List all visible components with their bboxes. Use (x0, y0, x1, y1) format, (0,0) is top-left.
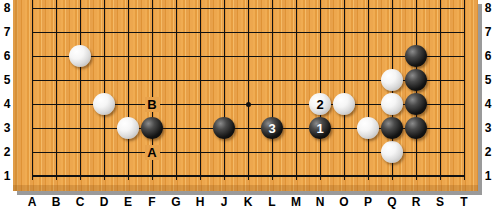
row-label-right-7: 7 (481, 24, 495, 40)
stone-white-N4[interactable]: 2 (309, 93, 331, 115)
row-label-right-3: 3 (481, 120, 495, 136)
row-label-right-5: 5 (481, 72, 495, 88)
go-diagram: AB231 8765432187654321ABCDEFGHJKLMNOPQRS… (0, 0, 500, 212)
stone-black-R6[interactable] (405, 45, 427, 67)
column-label-T: T (456, 195, 472, 209)
column-label-L: L (264, 195, 280, 209)
row-label-left-8: 8 (0, 0, 14, 16)
stone-white-D4[interactable] (93, 93, 115, 115)
column-label-A: A (24, 195, 40, 209)
column-label-K: K (240, 195, 256, 209)
row-label-left-1: 1 (0, 168, 14, 184)
column-label-P: P (360, 195, 376, 209)
star-point-K4 (246, 102, 251, 107)
stone-white-O4[interactable] (333, 93, 355, 115)
stone-white-C6[interactable] (69, 45, 91, 67)
stone-black-R3[interactable] (405, 117, 427, 139)
row-label-left-2: 2 (0, 144, 14, 160)
stone-black-L3[interactable]: 3 (261, 117, 283, 139)
stone-black-R5[interactable] (405, 69, 427, 91)
stone-white-Q2[interactable] (381, 141, 403, 163)
column-label-G: G (168, 195, 184, 209)
column-label-S: S (432, 195, 448, 209)
row-label-right-8: 8 (481, 0, 495, 16)
row-label-left-5: 5 (0, 72, 14, 88)
stone-black-J3[interactable] (213, 117, 235, 139)
row-label-left-7: 7 (0, 24, 14, 40)
column-label-M: M (288, 195, 304, 209)
stone-black-Q3[interactable] (381, 117, 403, 139)
letter-label-A-F2[interactable]: A (145, 145, 160, 160)
stone-white-P3[interactable] (357, 117, 379, 139)
row-label-left-4: 4 (0, 96, 14, 112)
column-label-E: E (120, 195, 136, 209)
column-label-R: R (408, 195, 424, 209)
stone-black-R4[interactable] (405, 93, 427, 115)
column-label-D: D (96, 195, 112, 209)
row-label-right-1: 1 (481, 168, 495, 184)
column-label-J: J (216, 195, 232, 209)
stone-grid: AB231 (20, 0, 476, 188)
column-label-B: B (48, 195, 64, 209)
column-label-N: N (312, 195, 328, 209)
row-label-right-6: 6 (481, 48, 495, 64)
column-label-Q: Q (384, 195, 400, 209)
column-label-C: C (72, 195, 88, 209)
letter-label-B-F4[interactable]: B (145, 97, 160, 112)
row-label-right-2: 2 (481, 144, 495, 160)
row-label-left-3: 3 (0, 120, 14, 136)
row-label-right-4: 4 (481, 96, 495, 112)
row-label-left-6: 6 (0, 48, 14, 64)
column-label-F: F (144, 195, 160, 209)
stone-black-F3[interactable] (141, 117, 163, 139)
stone-black-N3[interactable]: 1 (309, 117, 331, 139)
stone-white-E3[interactable] (117, 117, 139, 139)
stone-white-Q4[interactable] (381, 93, 403, 115)
column-label-H: H (192, 195, 208, 209)
column-label-O: O (336, 195, 352, 209)
stone-white-Q5[interactable] (381, 69, 403, 91)
